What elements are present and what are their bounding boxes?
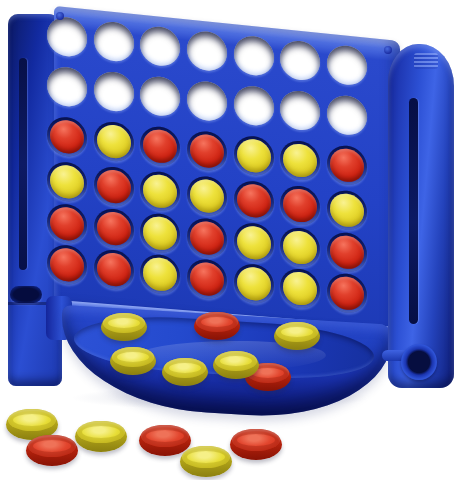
hole-r2c5[interactable] — [234, 84, 274, 127]
red-disc[interactable] — [194, 312, 240, 340]
hole-r3c6[interactable] — [280, 139, 320, 182]
right-column-latch-hole — [401, 344, 437, 380]
red-disc[interactable] — [26, 435, 78, 466]
red-disc — [50, 247, 84, 283]
hole-r6c7[interactable] — [327, 272, 367, 315]
red-disc — [330, 275, 364, 311]
yellow-disc — [143, 173, 177, 209]
hole-r6c5[interactable] — [234, 262, 274, 305]
hole-r3c5[interactable] — [234, 134, 274, 177]
red-disc — [190, 261, 224, 297]
hole-r1c6[interactable] — [280, 39, 320, 82]
hole-r4c2[interactable] — [94, 165, 134, 208]
yellow-disc — [237, 266, 271, 302]
hole-r1c5[interactable] — [234, 34, 274, 77]
hole-r5c3[interactable] — [140, 212, 180, 255]
yellow-disc — [330, 192, 364, 228]
red-disc[interactable] — [230, 429, 282, 460]
red-disc — [190, 220, 224, 256]
red-disc — [237, 183, 271, 219]
yellow-disc[interactable] — [274, 322, 320, 350]
hole-r4c4[interactable] — [187, 175, 227, 218]
hole-r3c4[interactable] — [187, 130, 227, 173]
red-disc — [97, 168, 131, 204]
hole-r6c3[interactable] — [140, 253, 180, 296]
yellow-disc — [283, 142, 317, 178]
hole-r5c7[interactable] — [327, 231, 367, 274]
right-column-slot — [409, 98, 418, 324]
yellow-disc[interactable] — [110, 347, 156, 375]
hole-r1c3[interactable] — [140, 25, 180, 68]
red-disc — [283, 187, 317, 223]
red-disc — [330, 234, 364, 270]
left-leg-latch-hole — [10, 286, 42, 303]
hole-r3c7[interactable] — [327, 144, 367, 187]
left-leg-slot — [19, 58, 27, 270]
red-disc — [143, 128, 177, 164]
red-disc — [330, 147, 364, 183]
yellow-disc — [190, 178, 224, 214]
hole-r2c7[interactable] — [327, 94, 367, 137]
hole-r2c4[interactable] — [187, 80, 227, 123]
hinge-pin-left-icon — [56, 12, 64, 20]
hole-r4c7[interactable] — [327, 189, 367, 232]
hole-r3c2[interactable] — [94, 120, 134, 163]
hole-r2c2[interactable] — [94, 70, 134, 113]
hole-r6c4[interactable] — [187, 258, 227, 301]
red-disc — [97, 210, 131, 246]
red-disc — [97, 251, 131, 287]
hole-r3c3[interactable] — [140, 125, 180, 168]
hole-r2c3[interactable] — [140, 75, 180, 118]
yellow-disc — [237, 138, 271, 174]
yellow-disc — [97, 123, 131, 159]
red-disc — [50, 119, 84, 155]
yellow-disc — [143, 215, 177, 251]
yellow-disc[interactable] — [101, 313, 147, 341]
hole-r2c6[interactable] — [280, 89, 320, 132]
yellow-disc — [237, 225, 271, 261]
yellow-disc[interactable] — [162, 358, 208, 386]
hole-r6c6[interactable] — [280, 267, 320, 310]
hinge-pin-right-icon — [384, 46, 392, 54]
right-support-column — [388, 44, 454, 388]
hole-r5c5[interactable] — [234, 221, 274, 264]
hasbro-embossed-logo — [414, 53, 438, 69]
game-grid-panel — [54, 6, 400, 339]
yellow-disc — [50, 164, 84, 200]
hole-r1c4[interactable] — [187, 30, 227, 73]
yellow-disc[interactable] — [213, 351, 259, 379]
hole-r5c2[interactable] — [94, 207, 134, 250]
hole-r1c7[interactable] — [327, 44, 367, 87]
red-disc — [190, 133, 224, 169]
yellow-disc[interactable] — [180, 446, 232, 477]
hole-r5c6[interactable] — [280, 226, 320, 269]
red-disc — [50, 206, 84, 242]
hole-r6c2[interactable] — [94, 248, 134, 291]
yellow-disc — [143, 256, 177, 292]
hole-r5c4[interactable] — [187, 217, 227, 260]
hole-r4c3[interactable] — [140, 170, 180, 213]
yellow-disc[interactable] — [75, 421, 127, 452]
yellow-disc — [283, 229, 317, 265]
connect-four-product-photo — [0, 0, 460, 480]
hole-r4c5[interactable] — [234, 179, 274, 222]
hole-r1c2[interactable] — [94, 20, 134, 63]
hole-r4c6[interactable] — [280, 184, 320, 227]
yellow-disc — [283, 270, 317, 306]
